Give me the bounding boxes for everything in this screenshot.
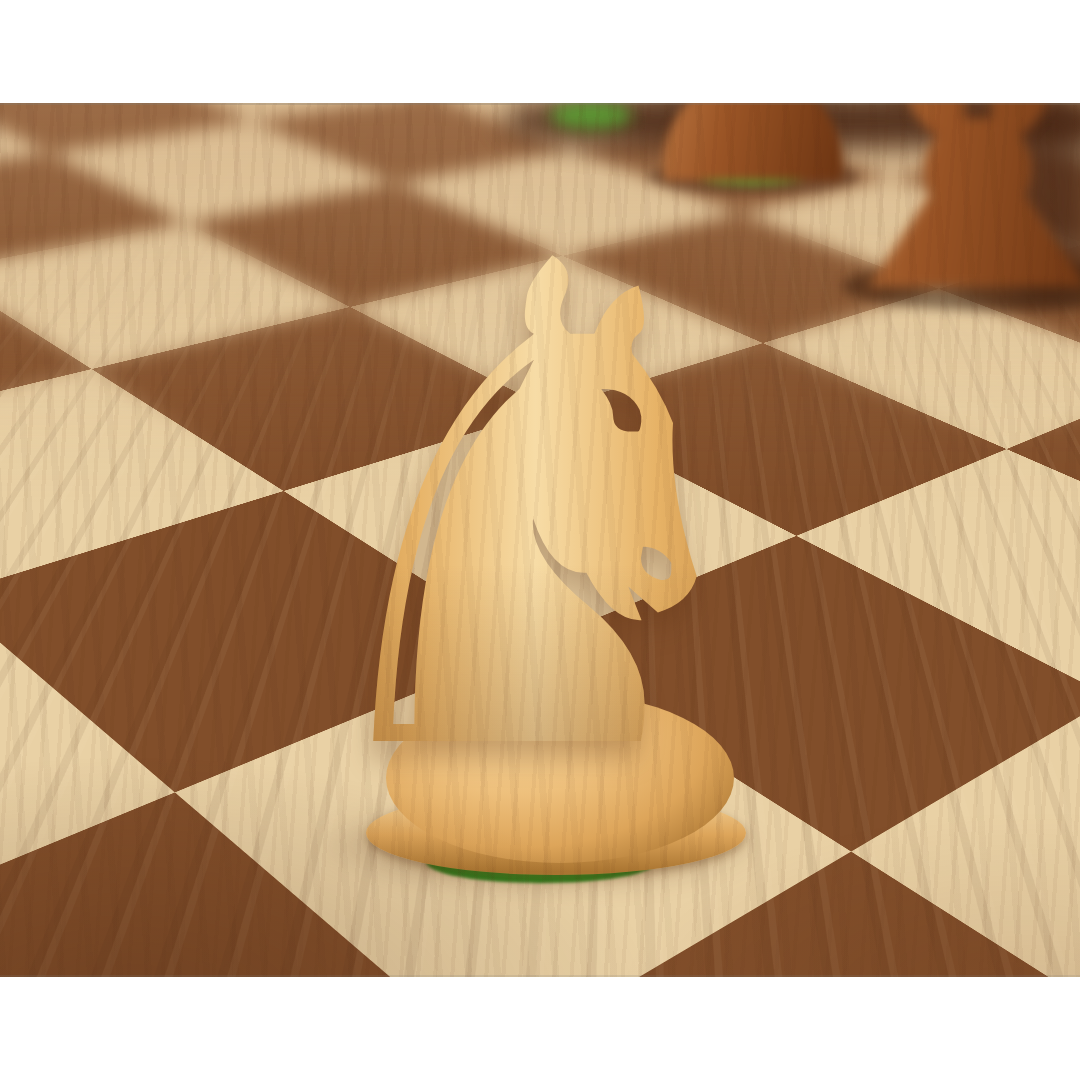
knight-piece-glyph: ♞ bbox=[282, 179, 789, 844]
bottom-white-band bbox=[0, 977, 1080, 1080]
top-white-band bbox=[0, 0, 1080, 103]
product-photo-canvas: ♟ ♝ ♞ bbox=[0, 0, 1080, 1080]
focus-knight: ♞ bbox=[0, 103, 1080, 977]
chessboard-photo: ♟ ♝ ♞ bbox=[0, 103, 1080, 977]
